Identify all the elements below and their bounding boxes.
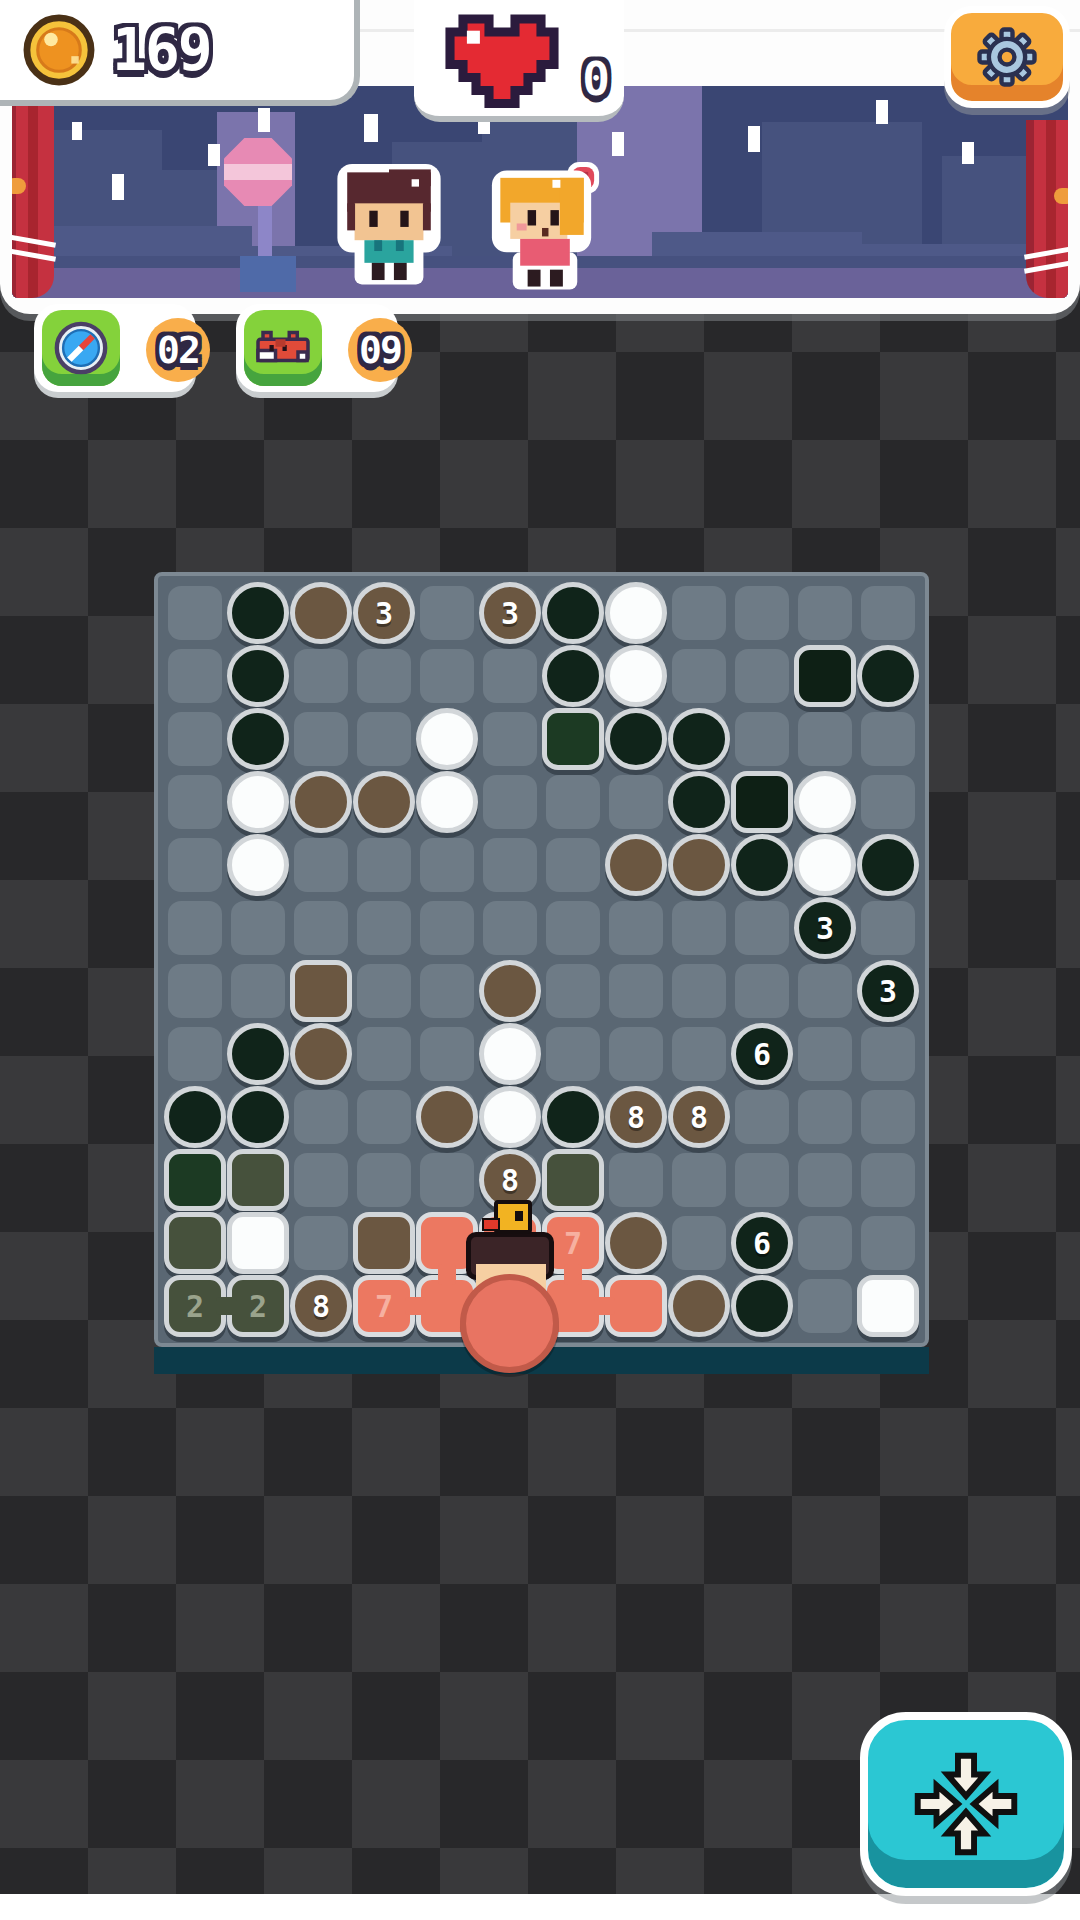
stone-black — [227, 1086, 289, 1148]
board-cell[interactable] — [672, 712, 726, 766]
board-cell[interactable]: 2 — [231, 1279, 285, 1333]
board-cell[interactable] — [483, 901, 537, 955]
board-cell[interactable] — [546, 964, 600, 1018]
board-cell[interactable] — [861, 1027, 915, 1081]
stone-brown — [668, 1275, 730, 1337]
board-cell[interactable] — [798, 649, 852, 703]
piece-number: 8 — [690, 1100, 708, 1135]
board-cell[interactable] — [168, 964, 222, 1018]
board-cell[interactable] — [420, 1027, 474, 1081]
board-cell[interactable] — [294, 775, 348, 829]
stone-white — [794, 834, 856, 896]
board-cell[interactable] — [546, 775, 600, 829]
board-cell[interactable] — [609, 775, 663, 829]
board-cell[interactable]: 6 — [735, 1027, 789, 1081]
board-cell[interactable] — [420, 901, 474, 955]
board-cell[interactable] — [231, 712, 285, 766]
board-cell[interactable] — [798, 586, 852, 640]
star — [72, 122, 82, 140]
stone-black — [227, 645, 289, 707]
board-cell[interactable] — [735, 838, 789, 892]
board-cell[interactable] — [357, 649, 411, 703]
stone-black: 6 — [731, 1023, 793, 1085]
block-green — [164, 1149, 226, 1211]
board-cell[interactable] — [546, 649, 600, 703]
bottom-safe-area — [0, 1894, 1080, 1920]
board-cell[interactable] — [357, 712, 411, 766]
board-cell[interactable] — [735, 586, 789, 640]
board-cell[interactable]: 6 — [735, 1216, 789, 1270]
stone-brown: 8 — [605, 1086, 667, 1148]
stone-black — [164, 1086, 226, 1148]
board-cell[interactable] — [168, 649, 222, 703]
piece-number: 8 — [501, 1163, 519, 1198]
board-cell[interactable] — [294, 649, 348, 703]
coin-icon — [22, 13, 96, 87]
board-cell[interactable] — [231, 1153, 285, 1207]
board-cell[interactable] — [168, 712, 222, 766]
link-connector — [594, 1297, 615, 1315]
board-cell[interactable] — [735, 964, 789, 1018]
star — [258, 108, 270, 132]
board-cell[interactable] — [168, 586, 222, 640]
board-cell[interactable]: 7 — [546, 1216, 600, 1270]
stone-white — [479, 1086, 541, 1148]
board-cell[interactable] — [483, 1090, 537, 1144]
board-cell[interactable] — [420, 964, 474, 1018]
board-cell[interactable] — [357, 775, 411, 829]
game-screen: 169 0 — [0, 0, 1080, 1920]
stone-brown — [416, 1086, 478, 1148]
board-cell[interactable] — [420, 649, 474, 703]
piece-number: 7 — [375, 1289, 393, 1324]
stone-brown — [353, 771, 415, 833]
board-cell[interactable] — [672, 1279, 726, 1333]
board-cell[interactable]: 8 — [672, 1090, 726, 1144]
board-cell[interactable] — [483, 712, 537, 766]
board-cell[interactable] — [861, 586, 915, 640]
board-cell[interactable] — [546, 1090, 600, 1144]
board-cell[interactable] — [483, 964, 537, 1018]
star — [876, 100, 888, 124]
board-cell[interactable]: 8 — [483, 1153, 537, 1207]
heart-counter: 0 — [414, 0, 624, 122]
stone-black — [605, 708, 667, 770]
badge-compass[interactable]: 02 — [34, 304, 210, 398]
board-cell[interactable]: 7 — [357, 1279, 411, 1333]
link-connector — [564, 1264, 582, 1285]
board-cell[interactable] — [609, 1216, 663, 1270]
stone-brown: 3 — [353, 582, 415, 644]
badge-count-bubble: 09 — [348, 318, 412, 382]
board-cell[interactable] — [357, 901, 411, 955]
piece-number: 6 — [753, 1226, 771, 1261]
board-cell[interactable] — [546, 1027, 600, 1081]
stone-black — [542, 1086, 604, 1148]
board-cell[interactable]: 8 — [609, 1090, 663, 1144]
board-cell[interactable] — [609, 1153, 663, 1207]
board-cell[interactable] — [861, 1153, 915, 1207]
board-cell[interactable] — [168, 1153, 222, 1207]
board-cell[interactable] — [672, 901, 726, 955]
coin-counter: 169 — [0, 0, 360, 106]
board-cell[interactable] — [735, 1090, 789, 1144]
board-cell[interactable] — [798, 1279, 852, 1333]
stone-black — [542, 645, 604, 707]
board-cell[interactable] — [357, 1027, 411, 1081]
stone-black — [668, 708, 730, 770]
board-cell[interactable] — [672, 649, 726, 703]
board-cell[interactable] — [861, 712, 915, 766]
piece-number: 8 — [627, 1100, 645, 1135]
board-cell[interactable] — [798, 1027, 852, 1081]
boy-character — [330, 156, 448, 290]
stone-black — [668, 771, 730, 833]
board-cell[interactable] — [168, 1027, 222, 1081]
puzzle-board: 33336888762287 — [154, 572, 929, 1347]
board-cell[interactable] — [231, 1090, 285, 1144]
stone-brown — [290, 582, 352, 644]
stone-white — [794, 771, 856, 833]
stone-brown: 8 — [290, 1275, 352, 1337]
board-cell[interactable] — [420, 586, 474, 640]
board-cell[interactable] — [294, 586, 348, 640]
board-cell[interactable] — [231, 586, 285, 640]
board-cell[interactable] — [735, 649, 789, 703]
board-cell[interactable] — [420, 775, 474, 829]
board-cell[interactable] — [735, 1279, 789, 1333]
board-cell[interactable] — [609, 712, 663, 766]
board-cell[interactable] — [609, 838, 663, 892]
block-olive — [542, 1149, 604, 1211]
star — [748, 126, 760, 152]
block-olive — [164, 1212, 226, 1274]
heart-count: 0 — [582, 52, 608, 106]
board-cell[interactable] — [798, 775, 852, 829]
board-cell[interactable] — [294, 1027, 348, 1081]
board-cell[interactable] — [609, 586, 663, 640]
board-cell[interactable] — [546, 901, 600, 955]
board-cell[interactable] — [861, 649, 915, 703]
stone-brown — [353, 1212, 415, 1274]
board-cell[interactable] — [735, 1153, 789, 1207]
board-cell[interactable] — [609, 964, 663, 1018]
board-cell[interactable] — [357, 1153, 411, 1207]
stone-brown: 8 — [668, 1086, 730, 1148]
star — [962, 142, 974, 164]
board-cell[interactable] — [420, 712, 474, 766]
link-connector — [405, 1297, 426, 1315]
board-cell[interactable] — [357, 838, 411, 892]
right-curtain — [1026, 120, 1068, 298]
board-cell[interactable] — [798, 712, 852, 766]
stone-white — [605, 645, 667, 707]
board-cell[interactable] — [168, 775, 222, 829]
board-cell[interactable]: 3 — [861, 964, 915, 1018]
gear-icon — [974, 24, 1040, 90]
board-cell[interactable] — [483, 775, 537, 829]
board-cell[interactable] — [420, 1153, 474, 1207]
board-cell[interactable] — [735, 901, 789, 955]
badge-count-bubble: 02 — [146, 318, 210, 382]
board-cell[interactable] — [231, 838, 285, 892]
stone-brown — [290, 960, 352, 1022]
board-cell[interactable] — [357, 1216, 411, 1270]
board-cell[interactable] — [672, 775, 726, 829]
board-cell[interactable] — [231, 649, 285, 703]
link-connector — [216, 1297, 237, 1315]
stone-white — [227, 1212, 289, 1274]
board-cell[interactable] — [231, 775, 285, 829]
move-arrows-icon — [907, 1745, 1025, 1863]
block-black — [794, 645, 856, 707]
badge-fox[interactable]: 09 — [236, 304, 412, 398]
piece-number: 6 — [753, 1037, 771, 1072]
stone-white — [227, 834, 289, 896]
board-cell[interactable] — [861, 1216, 915, 1270]
board-cell[interactable] — [546, 838, 600, 892]
board-cell[interactable] — [798, 1216, 852, 1270]
coin-count: 169 — [112, 16, 211, 84]
link-connector — [438, 1264, 456, 1285]
piece-number: 2 — [186, 1289, 204, 1324]
stone-brown — [605, 834, 667, 896]
board-cell[interactable] — [609, 1279, 663, 1333]
compass-icon — [52, 319, 110, 377]
board-cell[interactable] — [735, 775, 789, 829]
board-cell[interactable] — [609, 1027, 663, 1081]
board-cell[interactable] — [294, 964, 348, 1018]
piece-number: 3 — [879, 974, 897, 1009]
board-cell[interactable] — [483, 838, 537, 892]
board-cell[interactable] — [168, 901, 222, 955]
duck-icon — [494, 1200, 532, 1234]
board-cell[interactable] — [294, 838, 348, 892]
board-cell[interactable] — [231, 1027, 285, 1081]
piece-number: 3 — [375, 596, 393, 631]
stone-black: 3 — [794, 897, 856, 959]
block-olive — [227, 1149, 289, 1211]
board-cell[interactable] — [672, 1027, 726, 1081]
board-cell[interactable] — [735, 712, 789, 766]
stone-white — [416, 771, 478, 833]
board-cell[interactable] — [168, 1216, 222, 1270]
board-cell[interactable] — [798, 1090, 852, 1144]
stone-white — [227, 771, 289, 833]
stone-black — [227, 582, 289, 644]
piece-number: 2 — [249, 1289, 267, 1324]
board-cell[interactable] — [609, 901, 663, 955]
star — [612, 132, 624, 156]
board-cell[interactable] — [861, 1090, 915, 1144]
piece-number: 3 — [501, 596, 519, 631]
board-cell[interactable] — [546, 712, 600, 766]
stone-black — [227, 1023, 289, 1085]
heart-icon — [442, 6, 562, 110]
board-cell[interactable] — [798, 1153, 852, 1207]
badge-row: 02 09 — [34, 304, 412, 398]
board-grid: 33336888762287 — [168, 586, 915, 1333]
board-cell[interactable] — [609, 649, 663, 703]
board-cell[interactable] — [357, 1090, 411, 1144]
board-cell[interactable]: 3 — [798, 901, 852, 955]
board-cell[interactable] — [168, 1090, 222, 1144]
board-cell[interactable]: 3 — [357, 586, 411, 640]
board-cell[interactable] — [294, 712, 348, 766]
fox-icon — [253, 328, 313, 368]
piece-number: 8 — [312, 1289, 330, 1324]
board-cell[interactable] — [861, 775, 915, 829]
board-cell[interactable] — [483, 1027, 537, 1081]
stone-black — [857, 645, 919, 707]
board-cell[interactable] — [357, 964, 411, 1018]
block-green — [542, 708, 604, 770]
stone-black — [731, 834, 793, 896]
board-cell[interactable] — [672, 838, 726, 892]
stone-brown: 3 — [479, 582, 541, 644]
board-cell[interactable] — [420, 1090, 474, 1144]
sign-base — [240, 256, 296, 292]
stone-black — [227, 708, 289, 770]
board-cell[interactable] — [672, 586, 726, 640]
board-cell[interactable] — [672, 1153, 726, 1207]
star — [112, 174, 124, 200]
board-cell[interactable] — [168, 838, 222, 892]
board-cell[interactable] — [861, 1279, 915, 1333]
board-cell[interactable] — [861, 901, 915, 955]
stone-black — [731, 1275, 793, 1337]
left-curtain — [12, 86, 54, 298]
stone-brown — [479, 960, 541, 1022]
settings-button[interactable] — [944, 6, 1070, 108]
stone-black: 6 — [731, 1212, 793, 1274]
block-black — [731, 771, 793, 833]
board-cell[interactable]: 2 — [168, 1279, 222, 1333]
board-cell[interactable] — [672, 964, 726, 1018]
stone-white — [605, 582, 667, 644]
board-cell[interactable] — [294, 1090, 348, 1144]
stone-brown — [605, 1212, 667, 1274]
hero-character[interactable] — [460, 1274, 559, 1373]
move-button[interactable] — [860, 1712, 1072, 1896]
board-cell[interactable] — [231, 964, 285, 1018]
board-cell[interactable] — [672, 1216, 726, 1270]
board-cell[interactable] — [231, 1216, 285, 1270]
stone-white — [479, 1023, 541, 1085]
board-cell[interactable] — [861, 838, 915, 892]
board-cell[interactable] — [420, 838, 474, 892]
stone-black: 3 — [857, 960, 919, 1022]
stone-brown — [668, 834, 730, 896]
board-cell[interactable] — [798, 838, 852, 892]
board-cell[interactable] — [231, 901, 285, 955]
stone-black — [542, 582, 604, 644]
star — [208, 144, 220, 166]
stone-white — [857, 1275, 919, 1337]
board-cell[interactable] — [798, 964, 852, 1018]
star — [364, 114, 378, 142]
board-cell[interactable] — [483, 649, 537, 703]
board-cell[interactable] — [294, 1153, 348, 1207]
board-cell[interactable] — [294, 1216, 348, 1270]
stone-white — [416, 708, 478, 770]
girl-character — [482, 158, 608, 292]
board-cell[interactable] — [294, 901, 348, 955]
stone-brown — [290, 1023, 352, 1085]
piece-number: 7 — [564, 1226, 582, 1261]
board-cell[interactable]: 3 — [483, 586, 537, 640]
stone-black — [857, 834, 919, 896]
board-cell[interactable] — [546, 586, 600, 640]
board-cell[interactable] — [546, 1153, 600, 1207]
board-cell[interactable]: 8 — [294, 1279, 348, 1333]
piece-number: 3 — [816, 911, 834, 946]
stone-brown — [290, 771, 352, 833]
